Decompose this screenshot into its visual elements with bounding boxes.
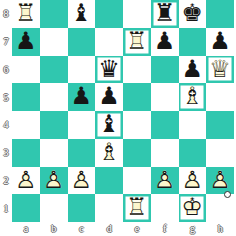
rank-label-5: 5 <box>0 83 12 111</box>
square-b2[interactable]: ♟♙ <box>40 167 68 195</box>
piece-black-bishop[interactable]: ♝ <box>95 111 123 139</box>
square-h1[interactable] <box>206 194 234 222</box>
square-e6[interactable] <box>123 56 151 84</box>
square-a1[interactable] <box>12 194 40 222</box>
square-c5[interactable]: ♟ <box>68 83 96 111</box>
square-b8[interactable] <box>40 0 68 28</box>
white-to-move-indicator <box>224 191 231 198</box>
piece-black-pawn[interactable]: ♟ <box>179 56 207 84</box>
white-pawn-icon: ♙ <box>68 167 96 195</box>
white-queen-icon: ♕ <box>206 56 234 84</box>
square-c7[interactable] <box>68 28 96 56</box>
black-queen-icon: ♛ <box>95 56 123 84</box>
file-label-a: a <box>12 221 40 236</box>
file-label-b: b <box>40 221 68 236</box>
file-label-c: c <box>68 221 96 236</box>
rank-labels: 87654321 <box>0 0 12 222</box>
square-h5[interactable] <box>206 83 234 111</box>
black-rook-icon: ♜ <box>151 0 179 28</box>
rank-label-1: 1 <box>0 194 12 222</box>
chess-board: ♜♖♝♜♚♟♜♖♟♟♛♟♛♕♟♟♝♗♝♝♗♟♙♟♙♟♙♟♙♟♙♟♙♜♖♚♔ <box>12 0 234 222</box>
square-e4[interactable] <box>123 111 151 139</box>
square-d8[interactable] <box>95 0 123 28</box>
square-g3[interactable] <box>179 139 207 167</box>
square-a3[interactable] <box>12 139 40 167</box>
rank-label-3: 3 <box>0 139 12 167</box>
square-c8[interactable]: ♝ <box>68 0 96 28</box>
square-e8[interactable] <box>123 0 151 28</box>
piece-white-king[interactable]: ♚♔ <box>179 194 207 222</box>
square-c1[interactable] <box>68 194 96 222</box>
square-b3[interactable] <box>40 139 68 167</box>
square-d5[interactable]: ♟ <box>95 83 123 111</box>
piece-white-pawn[interactable]: ♟♙ <box>12 167 40 195</box>
black-pawn-icon: ♟ <box>151 28 179 56</box>
piece-white-pawn[interactable]: ♟♙ <box>40 167 68 195</box>
square-g6[interactable]: ♟ <box>179 56 207 84</box>
white-pawn-icon: ♙ <box>206 167 234 195</box>
black-pawn-icon: ♟ <box>95 83 123 111</box>
square-h2[interactable]: ♟♙ <box>206 167 234 195</box>
black-pawn-icon: ♟ <box>12 28 40 56</box>
square-f4[interactable] <box>151 111 179 139</box>
square-d4[interactable]: ♝ <box>95 111 123 139</box>
file-label-h: h <box>206 221 234 236</box>
square-f3[interactable] <box>151 139 179 167</box>
black-pawn-icon: ♟ <box>206 28 234 56</box>
piece-white-pawn[interactable]: ♟♙ <box>179 167 207 195</box>
square-f2[interactable]: ♟♙ <box>151 167 179 195</box>
square-f8[interactable]: ♜ <box>151 0 179 28</box>
square-b1[interactable] <box>40 194 68 222</box>
piece-black-pawn[interactable]: ♟ <box>68 83 96 111</box>
black-bishop-icon: ♝ <box>95 111 123 139</box>
square-d3[interactable]: ♝♗ <box>95 139 123 167</box>
piece-black-pawn[interactable]: ♟ <box>12 28 40 56</box>
square-e5[interactable] <box>123 83 151 111</box>
square-e1[interactable]: ♜♖ <box>123 194 151 222</box>
white-pawn-icon: ♙ <box>179 167 207 195</box>
square-a6[interactable] <box>12 56 40 84</box>
black-pawn-icon: ♟ <box>179 56 207 84</box>
file-labels: abcdefgh <box>12 221 234 236</box>
white-bishop-icon: ♗ <box>179 83 207 111</box>
piece-black-rook[interactable]: ♜ <box>151 0 179 28</box>
black-bishop-icon: ♝ <box>68 0 96 28</box>
piece-black-king[interactable]: ♚ <box>179 0 207 28</box>
piece-white-queen[interactable]: ♛♕ <box>206 56 234 84</box>
square-b5[interactable] <box>40 83 68 111</box>
square-b6[interactable] <box>40 56 68 84</box>
square-g1[interactable]: ♚♔ <box>179 194 207 222</box>
piece-white-pawn[interactable]: ♟♙ <box>151 167 179 195</box>
square-g7[interactable] <box>179 28 207 56</box>
square-f7[interactable]: ♟ <box>151 28 179 56</box>
rank-label-4: 4 <box>0 111 12 139</box>
piece-black-bishop[interactable]: ♝ <box>68 0 96 28</box>
square-h4[interactable] <box>206 111 234 139</box>
square-g2[interactable]: ♟♙ <box>179 167 207 195</box>
square-a4[interactable] <box>12 111 40 139</box>
file-label-f: f <box>151 221 179 236</box>
square-h7[interactable]: ♟ <box>206 28 234 56</box>
rank-label-8: 8 <box>0 0 12 28</box>
square-a2[interactable]: ♟♙ <box>12 167 40 195</box>
rank-label-2: 2 <box>0 167 12 195</box>
square-h6[interactable]: ♛♕ <box>206 56 234 84</box>
piece-white-pawn[interactable]: ♟♙ <box>68 167 96 195</box>
piece-black-pawn[interactable]: ♟ <box>151 28 179 56</box>
black-king-icon: ♚ <box>179 0 207 28</box>
square-c3[interactable] <box>68 139 96 167</box>
white-pawn-icon: ♙ <box>40 167 68 195</box>
square-b7[interactable] <box>40 28 68 56</box>
piece-white-pawn[interactable]: ♟♙ <box>206 167 234 195</box>
file-label-g: g <box>179 221 207 236</box>
square-e2[interactable] <box>123 167 151 195</box>
square-f6[interactable] <box>151 56 179 84</box>
black-pawn-icon: ♟ <box>68 83 96 111</box>
square-g4[interactable] <box>179 111 207 139</box>
square-g5[interactable]: ♝♗ <box>179 83 207 111</box>
square-e3[interactable] <box>123 139 151 167</box>
square-c2[interactable]: ♟♙ <box>68 167 96 195</box>
square-b4[interactable] <box>40 111 68 139</box>
white-rook-icon: ♖ <box>12 0 40 28</box>
piece-black-queen[interactable]: ♛ <box>95 56 123 84</box>
square-d7[interactable] <box>95 28 123 56</box>
rank-label-7: 7 <box>0 28 12 56</box>
white-rook-icon: ♖ <box>123 28 151 56</box>
piece-white-bishop[interactable]: ♝♗ <box>179 83 207 111</box>
white-pawn-icon: ♙ <box>151 167 179 195</box>
file-label-d: d <box>95 221 123 236</box>
piece-white-rook[interactable]: ♜♖ <box>123 28 151 56</box>
square-d2[interactable] <box>95 167 123 195</box>
white-pawn-icon: ♙ <box>12 167 40 195</box>
square-h8[interactable] <box>206 0 234 28</box>
white-bishop-icon: ♗ <box>95 139 123 167</box>
square-g8[interactable]: ♚ <box>179 0 207 28</box>
piece-black-pawn[interactable]: ♟ <box>95 83 123 111</box>
square-a8[interactable]: ♜♖ <box>12 0 40 28</box>
square-a7[interactable]: ♟ <box>12 28 40 56</box>
piece-white-rook[interactable]: ♜♖ <box>123 194 151 222</box>
rank-label-6: 6 <box>0 56 12 84</box>
square-e7[interactable]: ♜♖ <box>123 28 151 56</box>
square-d6[interactable]: ♛ <box>95 56 123 84</box>
square-h3[interactable] <box>206 139 234 167</box>
square-d1[interactable] <box>95 194 123 222</box>
square-f5[interactable] <box>151 83 179 111</box>
square-a5[interactable] <box>12 83 40 111</box>
piece-black-pawn[interactable]: ♟ <box>206 28 234 56</box>
square-f1[interactable] <box>151 194 179 222</box>
piece-white-rook[interactable]: ♜♖ <box>12 0 40 28</box>
white-rook-icon: ♖ <box>123 194 151 222</box>
square-c4[interactable] <box>68 111 96 139</box>
square-c6[interactable] <box>68 56 96 84</box>
piece-white-bishop[interactable]: ♝♗ <box>95 139 123 167</box>
file-label-e: e <box>123 221 151 236</box>
white-king-icon: ♔ <box>179 194 207 222</box>
chess-diagram: 87654321 ♜♖♝♜♚♟♜♖♟♟♛♟♛♕♟♟♝♗♝♝♗♟♙♟♙♟♙♟♙♟♙… <box>0 0 236 236</box>
